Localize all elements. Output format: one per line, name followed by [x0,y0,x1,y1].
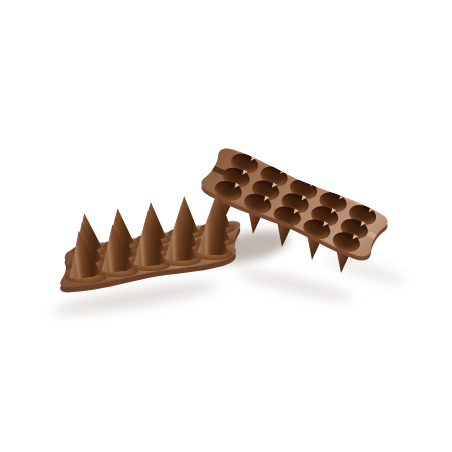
cavity-rim-notch [249,155,257,162]
cavity-rim-notch [279,168,287,175]
cavity-rim-notch [367,206,375,213]
cavity-rim-notch [308,181,316,188]
product-photo-scene [0,0,452,452]
ground-shadow-center [235,265,355,306]
cavity-opening-grid [223,143,393,217]
cavity-rim-notch [338,194,346,201]
